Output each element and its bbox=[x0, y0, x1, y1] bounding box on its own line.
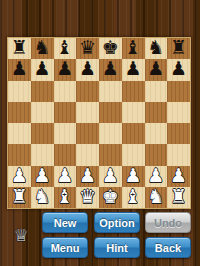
white-bishop[interactable]: ♝ bbox=[125, 187, 142, 206]
square-f2[interactable]: ♟ bbox=[122, 166, 145, 187]
white-bishop[interactable]: ♝ bbox=[56, 187, 73, 206]
square-g8[interactable]: ♞ bbox=[145, 38, 168, 59]
square-a2[interactable]: ♟ bbox=[8, 166, 31, 187]
square-a3[interactable] bbox=[8, 144, 31, 165]
square-g5[interactable] bbox=[145, 102, 168, 123]
square-h3[interactable] bbox=[167, 144, 190, 165]
square-d2[interactable]: ♟ bbox=[76, 166, 99, 187]
white-king[interactable]: ♚ bbox=[102, 187, 119, 206]
square-e1[interactable]: ♚ bbox=[99, 187, 122, 208]
square-e3[interactable] bbox=[99, 144, 122, 165]
square-c6[interactable] bbox=[54, 81, 77, 102]
square-b5[interactable] bbox=[31, 102, 54, 123]
square-f8[interactable]: ♝ bbox=[122, 38, 145, 59]
black-pawn[interactable]: ♟ bbox=[102, 59, 119, 78]
white-pawn[interactable]: ♟ bbox=[34, 166, 51, 185]
square-d3[interactable] bbox=[76, 144, 99, 165]
square-b4[interactable] bbox=[31, 123, 54, 144]
white-rook[interactable]: ♜ bbox=[11, 187, 28, 206]
square-e6[interactable] bbox=[99, 81, 122, 102]
black-bishop[interactable]: ♝ bbox=[125, 38, 142, 57]
white-pawn[interactable]: ♟ bbox=[147, 166, 164, 185]
black-pawn[interactable]: ♟ bbox=[79, 59, 96, 78]
new-button[interactable]: New bbox=[42, 212, 88, 233]
square-f4[interactable] bbox=[122, 123, 145, 144]
white-pawn[interactable]: ♟ bbox=[79, 166, 96, 185]
square-e4[interactable] bbox=[99, 123, 122, 144]
square-a1[interactable]: ♜ bbox=[8, 187, 31, 208]
square-c7[interactable]: ♟ bbox=[54, 59, 77, 80]
square-d5[interactable] bbox=[76, 102, 99, 123]
black-king[interactable]: ♚ bbox=[102, 38, 119, 57]
square-a5[interactable] bbox=[8, 102, 31, 123]
square-d6[interactable] bbox=[76, 81, 99, 102]
white-pawn[interactable]: ♟ bbox=[56, 166, 73, 185]
white-pawn[interactable]: ♟ bbox=[170, 166, 187, 185]
square-e7[interactable]: ♟ bbox=[99, 59, 122, 80]
square-g7[interactable]: ♟ bbox=[145, 59, 168, 80]
square-h2[interactable]: ♟ bbox=[167, 166, 190, 187]
white-pawn[interactable]: ♟ bbox=[125, 166, 142, 185]
square-e5[interactable] bbox=[99, 102, 122, 123]
square-b3[interactable] bbox=[31, 144, 54, 165]
square-b1[interactable]: ♞ bbox=[31, 187, 54, 208]
square-g6[interactable] bbox=[145, 81, 168, 102]
square-g1[interactable]: ♞ bbox=[145, 187, 168, 208]
option-button[interactable]: Option bbox=[94, 212, 140, 233]
square-g4[interactable] bbox=[145, 123, 168, 144]
black-rook[interactable]: ♜ bbox=[170, 38, 187, 57]
square-h8[interactable]: ♜ bbox=[167, 38, 190, 59]
square-a4[interactable] bbox=[8, 123, 31, 144]
menu-button[interactable]: Menu bbox=[42, 237, 88, 258]
black-pawn[interactable]: ♟ bbox=[125, 59, 142, 78]
chess-app-screen: ♜♞♝♛♚♝♞♜♟♟♟♟♟♟♟♟♟♟♟♟♟♟♟♟♜♞♝♛♚♝♞♜ ♕ New O… bbox=[0, 0, 200, 266]
black-pawn[interactable]: ♟ bbox=[147, 59, 164, 78]
square-d7[interactable]: ♟ bbox=[76, 59, 99, 80]
square-f7[interactable]: ♟ bbox=[122, 59, 145, 80]
white-pawn[interactable]: ♟ bbox=[102, 166, 119, 185]
black-knight[interactable]: ♞ bbox=[147, 38, 164, 57]
square-c4[interactable] bbox=[54, 123, 77, 144]
square-f5[interactable] bbox=[122, 102, 145, 123]
square-d4[interactable] bbox=[76, 123, 99, 144]
square-b6[interactable] bbox=[31, 81, 54, 102]
black-pawn[interactable]: ♟ bbox=[34, 59, 51, 78]
square-f1[interactable]: ♝ bbox=[122, 187, 145, 208]
black-bishop[interactable]: ♝ bbox=[56, 38, 73, 57]
square-h1[interactable]: ♜ bbox=[167, 187, 190, 208]
hint-button[interactable]: Hint bbox=[94, 237, 140, 258]
square-h5[interactable] bbox=[167, 102, 190, 123]
square-b2[interactable]: ♟ bbox=[31, 166, 54, 187]
square-f3[interactable] bbox=[122, 144, 145, 165]
square-c3[interactable] bbox=[54, 144, 77, 165]
white-knight[interactable]: ♞ bbox=[34, 187, 51, 206]
white-crown-icon: ♕ bbox=[9, 223, 33, 247]
square-h6[interactable] bbox=[167, 81, 190, 102]
square-c8[interactable]: ♝ bbox=[54, 38, 77, 59]
square-a7[interactable]: ♟ bbox=[8, 59, 31, 80]
square-e2[interactable]: ♟ bbox=[99, 166, 122, 187]
square-a6[interactable] bbox=[8, 81, 31, 102]
square-c1[interactable]: ♝ bbox=[54, 187, 77, 208]
white-queen[interactable]: ♛ bbox=[79, 187, 96, 206]
undo-button[interactable]: Undo bbox=[145, 212, 191, 233]
black-pawn[interactable]: ♟ bbox=[170, 59, 187, 78]
square-c2[interactable]: ♟ bbox=[54, 166, 77, 187]
white-rook[interactable]: ♜ bbox=[170, 187, 187, 206]
black-pawn[interactable]: ♟ bbox=[56, 59, 73, 78]
square-b8[interactable]: ♞ bbox=[31, 38, 54, 59]
black-rook[interactable]: ♜ bbox=[11, 38, 28, 57]
square-e8[interactable]: ♚ bbox=[99, 38, 122, 59]
black-knight[interactable]: ♞ bbox=[34, 38, 51, 57]
square-d8[interactable]: ♛ bbox=[76, 38, 99, 59]
square-g3[interactable] bbox=[145, 144, 168, 165]
back-button[interactable]: Back bbox=[145, 237, 191, 258]
black-queen[interactable]: ♛ bbox=[79, 38, 96, 57]
board[interactable]: ♜♞♝♛♚♝♞♜♟♟♟♟♟♟♟♟♟♟♟♟♟♟♟♟♜♞♝♛♚♝♞♜ bbox=[7, 37, 191, 209]
square-c5[interactable] bbox=[54, 102, 77, 123]
square-f6[interactable] bbox=[122, 81, 145, 102]
white-knight[interactable]: ♞ bbox=[147, 187, 164, 206]
square-a8[interactable]: ♜ bbox=[8, 38, 31, 59]
square-g2[interactable]: ♟ bbox=[145, 166, 168, 187]
black-pawn[interactable]: ♟ bbox=[11, 59, 28, 78]
white-pawn[interactable]: ♟ bbox=[11, 166, 28, 185]
square-d1[interactable]: ♛ bbox=[76, 187, 99, 208]
square-b7[interactable]: ♟ bbox=[31, 59, 54, 80]
square-h4[interactable] bbox=[167, 123, 190, 144]
square-h7[interactable]: ♟ bbox=[167, 59, 190, 80]
